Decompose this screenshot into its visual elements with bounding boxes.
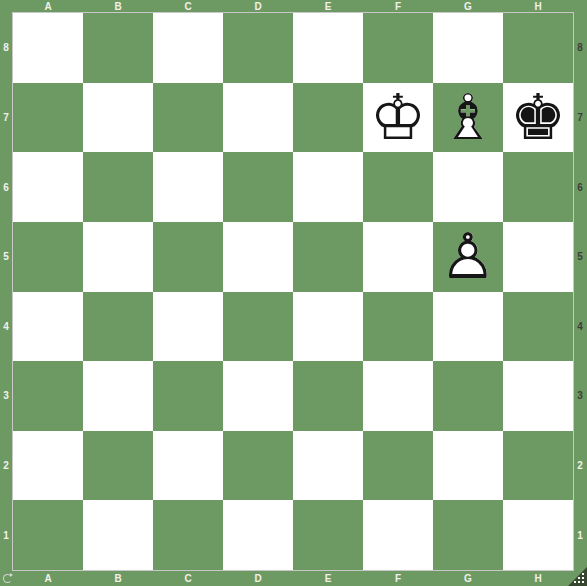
square-c5[interactable]	[153, 222, 223, 292]
square-f8[interactable]	[363, 13, 433, 83]
resize-grip-dot	[582, 577, 584, 579]
square-a1[interactable]	[13, 500, 83, 570]
rank-label-right-3: 3	[573, 361, 587, 431]
resize-grip-dot	[582, 573, 584, 575]
black-king-fill-glyph: ♚	[510, 86, 566, 149]
file-label-top-e: E	[293, 0, 363, 13]
rank-label-right-8: 8	[573, 13, 587, 83]
square-a4[interactable]	[13, 292, 83, 362]
square-c3[interactable]	[153, 361, 223, 431]
file-label-bottom-h: H	[503, 570, 573, 586]
file-labels-top: ABCDEFGH	[13, 0, 573, 13]
square-b4[interactable]	[83, 292, 153, 362]
piece-black-king[interactable]: ♚	[503, 83, 573, 153]
rank-label-left-3: 3	[0, 361, 12, 431]
file-label-bottom-f: F	[363, 570, 433, 586]
square-c8[interactable]	[153, 13, 223, 83]
file-label-top-h: H	[503, 0, 573, 13]
square-e5[interactable]	[293, 222, 363, 292]
piece-white-bishop[interactable]: ♝♗	[433, 83, 503, 153]
rank-label-right-2: 2	[573, 431, 587, 501]
square-h4[interactable]	[503, 292, 573, 362]
square-a7[interactable]	[13, 83, 83, 153]
square-h2[interactable]	[503, 431, 573, 501]
square-a5[interactable]	[13, 222, 83, 292]
rank-labels-right: 87654321	[573, 13, 587, 570]
file-label-bottom-a: A	[13, 570, 83, 586]
white-pawn-glyph: ♙	[440, 225, 496, 288]
square-c7[interactable]	[153, 83, 223, 153]
square-f2[interactable]	[363, 431, 433, 501]
square-d8[interactable]	[223, 13, 293, 83]
file-label-bottom-c: C	[153, 570, 223, 586]
file-labels-bottom: ABCDEFGH	[13, 570, 573, 586]
square-d3[interactable]	[223, 361, 293, 431]
square-a3[interactable]	[13, 361, 83, 431]
square-f5[interactable]	[363, 222, 433, 292]
file-label-top-f: F	[363, 0, 433, 13]
square-d4[interactable]	[223, 292, 293, 362]
square-h1[interactable]	[503, 500, 573, 570]
square-b2[interactable]	[83, 431, 153, 501]
square-e7[interactable]	[293, 83, 363, 153]
piece-white-pawn[interactable]: ♟♙	[433, 222, 503, 292]
rank-label-left-2: 2	[0, 431, 12, 501]
square-b7[interactable]	[83, 83, 153, 153]
square-g4[interactable]	[433, 292, 503, 362]
rank-label-left-6: 6	[0, 152, 12, 222]
rank-label-left-5: 5	[0, 222, 12, 292]
rank-label-right-6: 6	[573, 152, 587, 222]
square-f7[interactable]: ♚♔	[363, 83, 433, 153]
square-g3[interactable]	[433, 361, 503, 431]
square-c1[interactable]	[153, 500, 223, 570]
square-g8[interactable]	[433, 13, 503, 83]
file-label-top-a: A	[13, 0, 83, 13]
resize-grip-dot	[578, 577, 580, 579]
square-h3[interactable]	[503, 361, 573, 431]
square-g6[interactable]	[433, 152, 503, 222]
rank-label-left-1: 1	[0, 500, 12, 570]
resize-grip-dot	[578, 581, 580, 583]
rank-label-left-8: 8	[0, 13, 12, 83]
square-f6[interactable]	[363, 152, 433, 222]
square-e1[interactable]	[293, 500, 363, 570]
rank-labels-left: 87654321	[0, 13, 12, 570]
rank-label-right-1: 1	[573, 500, 587, 570]
square-b1[interactable]	[83, 500, 153, 570]
piece-white-king[interactable]: ♚♔	[363, 83, 433, 153]
square-d1[interactable]	[223, 500, 293, 570]
square-h8[interactable]	[503, 13, 573, 83]
square-e6[interactable]	[293, 152, 363, 222]
square-d6[interactable]	[223, 152, 293, 222]
square-a2[interactable]	[13, 431, 83, 501]
file-label-bottom-b: B	[83, 570, 153, 586]
file-label-bottom-d: D	[223, 570, 293, 586]
file-label-bottom-e: E	[293, 570, 363, 586]
file-label-top-g: G	[433, 0, 503, 13]
file-label-top-d: D	[223, 0, 293, 13]
square-a8[interactable]	[13, 13, 83, 83]
square-g7[interactable]: ♝♗	[433, 83, 503, 153]
resize-grip-dot	[582, 581, 584, 583]
square-f4[interactable]	[363, 292, 433, 362]
square-g5[interactable]: ♟♙	[433, 222, 503, 292]
square-e2[interactable]	[293, 431, 363, 501]
square-b8[interactable]	[83, 13, 153, 83]
file-label-top-c: C	[153, 0, 223, 13]
square-f1[interactable]	[363, 500, 433, 570]
chess-board[interactable]: ♚♔♝♗♚♟♙	[13, 13, 573, 570]
square-h5[interactable]	[503, 222, 573, 292]
file-label-bottom-g: G	[433, 570, 503, 586]
square-d7[interactable]	[223, 83, 293, 153]
square-b3[interactable]	[83, 361, 153, 431]
square-e3[interactable]	[293, 361, 363, 431]
square-g2[interactable]	[433, 431, 503, 501]
rotate-board-icon[interactable]	[3, 574, 12, 583]
square-b6[interactable]	[83, 152, 153, 222]
rank-label-right-5: 5	[573, 222, 587, 292]
rank-label-left-7: 7	[0, 83, 12, 153]
square-c2[interactable]	[153, 431, 223, 501]
square-d5[interactable]	[223, 222, 293, 292]
square-d2[interactable]	[223, 431, 293, 501]
square-f3[interactable]	[363, 361, 433, 431]
file-label-top-b: B	[83, 0, 153, 13]
square-b5[interactable]	[83, 222, 153, 292]
resize-grip-dot	[574, 581, 576, 583]
rank-label-right-4: 4	[573, 292, 587, 362]
square-h7[interactable]: ♚	[503, 83, 573, 153]
square-c6[interactable]	[153, 152, 223, 222]
rank-label-right-7: 7	[573, 83, 587, 153]
white-bishop-glyph: ♗	[440, 86, 496, 149]
rank-label-left-4: 4	[0, 292, 12, 362]
square-g1[interactable]	[433, 500, 503, 570]
square-e8[interactable]	[293, 13, 363, 83]
square-h6[interactable]	[503, 152, 573, 222]
chess-board-widget: ABCDEFGH ABCDEFGH 87654321 87654321 ♚♔♝♗…	[0, 0, 587, 586]
white-king-glyph: ♔	[370, 86, 426, 149]
square-e4[interactable]	[293, 292, 363, 362]
square-a6[interactable]	[13, 152, 83, 222]
square-c4[interactable]	[153, 292, 223, 362]
